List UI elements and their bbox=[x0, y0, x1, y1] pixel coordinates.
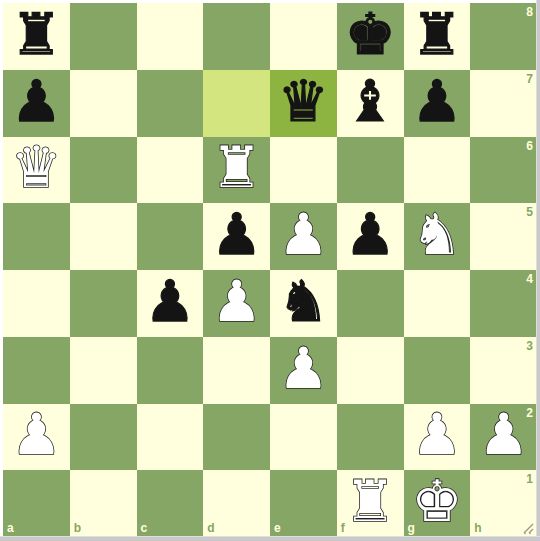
square-c6[interactable] bbox=[137, 137, 204, 204]
square-b2[interactable] bbox=[70, 404, 137, 471]
white-rook-f1[interactable]: ♜ bbox=[345, 473, 396, 530]
black-pawn-c4[interactable]: ♟ bbox=[144, 273, 195, 330]
file-label-a: a bbox=[7, 521, 14, 535]
square-d1[interactable]: d bbox=[203, 470, 270, 537]
square-e2[interactable] bbox=[270, 404, 337, 471]
rank-label-6: 6 bbox=[526, 139, 533, 153]
square-b6[interactable] bbox=[70, 137, 137, 204]
square-b5[interactable] bbox=[70, 203, 137, 270]
square-e7[interactable]: ♛ bbox=[270, 70, 337, 137]
rank-label-7: 7 bbox=[526, 72, 533, 86]
square-e1[interactable]: e bbox=[270, 470, 337, 537]
black-rook-g8[interactable]: ♜ bbox=[411, 6, 462, 63]
square-f4[interactable] bbox=[337, 270, 404, 337]
file-label-h: h bbox=[474, 521, 481, 535]
square-g7[interactable]: ♟ bbox=[404, 70, 471, 137]
black-bishop-f7[interactable]: ♝ bbox=[345, 73, 396, 130]
black-pawn-a7[interactable]: ♟ bbox=[11, 73, 62, 130]
square-e5[interactable]: ♟ bbox=[270, 203, 337, 270]
page-edge-right bbox=[536, 0, 540, 541]
square-a6[interactable]: ♛ bbox=[3, 137, 70, 204]
square-g1[interactable]: ♚g bbox=[404, 470, 471, 537]
square-a4[interactable] bbox=[3, 270, 70, 337]
file-label-b: b bbox=[74, 521, 81, 535]
square-h6[interactable]: 6 bbox=[470, 137, 537, 204]
square-h2[interactable]: ♟2 bbox=[470, 404, 537, 471]
rank-label-4: 4 bbox=[526, 272, 533, 286]
white-queen-a6[interactable]: ♛ bbox=[11, 139, 62, 196]
square-g3[interactable] bbox=[404, 337, 471, 404]
square-f8[interactable]: ♚ bbox=[337, 3, 404, 70]
square-f1[interactable]: ♜f bbox=[337, 470, 404, 537]
square-d4[interactable]: ♟ bbox=[203, 270, 270, 337]
square-c2[interactable] bbox=[137, 404, 204, 471]
square-f2[interactable] bbox=[337, 404, 404, 471]
file-label-c: c bbox=[141, 521, 148, 535]
rank-label-3: 3 bbox=[526, 339, 533, 353]
square-d3[interactable] bbox=[203, 337, 270, 404]
square-e8[interactable] bbox=[270, 3, 337, 70]
square-g5[interactable]: ♞ bbox=[404, 203, 471, 270]
black-pawn-d5[interactable]: ♟ bbox=[211, 206, 262, 263]
square-a1[interactable]: a bbox=[3, 470, 70, 537]
black-king-f8[interactable]: ♚ bbox=[345, 6, 396, 63]
file-label-e: e bbox=[274, 521, 281, 535]
black-pawn-f5[interactable]: ♟ bbox=[345, 206, 396, 263]
white-rook-d6[interactable]: ♜ bbox=[211, 139, 262, 196]
square-g4[interactable] bbox=[404, 270, 471, 337]
square-d6[interactable]: ♜ bbox=[203, 137, 270, 204]
square-a7[interactable]: ♟ bbox=[3, 70, 70, 137]
square-f3[interactable] bbox=[337, 337, 404, 404]
square-d5[interactable]: ♟ bbox=[203, 203, 270, 270]
square-b1[interactable]: b bbox=[70, 470, 137, 537]
white-pawn-e3[interactable]: ♟ bbox=[278, 340, 329, 397]
white-pawn-h2[interactable]: ♟ bbox=[478, 406, 529, 463]
square-b4[interactable] bbox=[70, 270, 137, 337]
square-g2[interactable]: ♟ bbox=[404, 404, 471, 471]
white-pawn-g2[interactable]: ♟ bbox=[411, 406, 462, 463]
square-b7[interactable] bbox=[70, 70, 137, 137]
square-e4[interactable]: ♞ bbox=[270, 270, 337, 337]
square-h8[interactable]: 8 bbox=[470, 3, 537, 70]
square-a5[interactable] bbox=[3, 203, 70, 270]
file-label-d: d bbox=[207, 521, 214, 535]
white-king-g1[interactable]: ♚ bbox=[411, 473, 462, 530]
square-f5[interactable]: ♟ bbox=[337, 203, 404, 270]
rank-label-8: 8 bbox=[526, 5, 533, 19]
square-c7[interactable] bbox=[137, 70, 204, 137]
square-a8[interactable]: ♜ bbox=[3, 3, 70, 70]
square-g8[interactable]: ♜ bbox=[404, 3, 471, 70]
square-c3[interactable] bbox=[137, 337, 204, 404]
board-resize-handle-icon[interactable] bbox=[521, 521, 535, 535]
square-c1[interactable]: c bbox=[137, 470, 204, 537]
black-rook-a8[interactable]: ♜ bbox=[11, 6, 62, 63]
black-pawn-g7[interactable]: ♟ bbox=[411, 73, 462, 130]
rank-label-5: 5 bbox=[526, 205, 533, 219]
square-f6[interactable] bbox=[337, 137, 404, 204]
square-c4[interactable]: ♟ bbox=[137, 270, 204, 337]
square-h4[interactable]: 4 bbox=[470, 270, 537, 337]
square-b3[interactable] bbox=[70, 337, 137, 404]
white-pawn-a2[interactable]: ♟ bbox=[11, 406, 62, 463]
square-d2[interactable] bbox=[203, 404, 270, 471]
white-pawn-e5[interactable]: ♟ bbox=[278, 206, 329, 263]
square-h5[interactable]: 5 bbox=[470, 203, 537, 270]
square-c8[interactable] bbox=[137, 3, 204, 70]
square-g6[interactable] bbox=[404, 137, 471, 204]
square-f7[interactable]: ♝ bbox=[337, 70, 404, 137]
square-e3[interactable]: ♟ bbox=[270, 337, 337, 404]
page-edge-bottom bbox=[0, 536, 540, 541]
square-h7[interactable]: 7 bbox=[470, 70, 537, 137]
square-e6[interactable] bbox=[270, 137, 337, 204]
page: ♜♚♜8♟♛♝♟7♛♜6♟♟♟♞5♟♟♞4♟3♟♟♟2abcde♜f♚gh1 bbox=[0, 0, 540, 541]
square-a3[interactable] bbox=[3, 337, 70, 404]
white-knight-g5[interactable]: ♞ bbox=[411, 206, 462, 263]
square-h1[interactable]: h1 bbox=[470, 470, 537, 537]
white-pawn-d4[interactable]: ♟ bbox=[211, 273, 262, 330]
rank-label-1: 1 bbox=[526, 472, 533, 486]
square-c5[interactable] bbox=[137, 203, 204, 270]
black-queen-e7[interactable]: ♛ bbox=[278, 73, 329, 130]
chess-board[interactable]: ♜♚♜8♟♛♝♟7♛♜6♟♟♟♞5♟♟♞4♟3♟♟♟2abcde♜f♚gh1 bbox=[3, 3, 537, 537]
square-b8[interactable] bbox=[70, 3, 137, 70]
square-d8[interactable] bbox=[203, 3, 270, 70]
square-h3[interactable]: 3 bbox=[470, 337, 537, 404]
black-knight-e4[interactable]: ♞ bbox=[278, 273, 329, 330]
square-a2[interactable]: ♟ bbox=[3, 404, 70, 471]
square-d7[interactable] bbox=[203, 70, 270, 137]
